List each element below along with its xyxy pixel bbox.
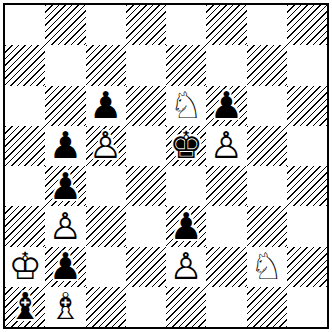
square-h2[interactable] xyxy=(287,247,327,287)
square-g6[interactable] xyxy=(247,86,287,126)
square-d1[interactable] xyxy=(126,287,166,327)
square-b2[interactable]: ♟♟ xyxy=(45,247,85,287)
square-d3[interactable] xyxy=(126,206,166,246)
square-e8[interactable] xyxy=(166,5,206,45)
black-pawn-halo: ♟ xyxy=(166,206,206,246)
square-b5[interactable]: ♟♟ xyxy=(45,126,85,166)
square-d5[interactable] xyxy=(126,126,166,166)
black-pawn-piece[interactable]: ♟ xyxy=(45,166,85,206)
square-g4[interactable] xyxy=(247,166,287,206)
square-a5[interactable] xyxy=(5,126,45,166)
white-pawn-halo: ♟ xyxy=(206,126,246,166)
white-pawn-halo: ♟ xyxy=(86,126,126,166)
square-h3[interactable] xyxy=(287,206,327,246)
white-pawn-halo: ♟ xyxy=(166,247,206,287)
black-pawn-halo: ♟ xyxy=(206,86,246,126)
square-b7[interactable] xyxy=(45,45,85,85)
square-f3[interactable] xyxy=(206,206,246,246)
square-g7[interactable] xyxy=(247,45,287,85)
square-e4[interactable] xyxy=(166,166,206,206)
square-d6[interactable] xyxy=(126,86,166,126)
square-h7[interactable] xyxy=(287,45,327,85)
square-c4[interactable] xyxy=(86,166,126,206)
square-f4[interactable] xyxy=(206,166,246,206)
square-c1[interactable] xyxy=(86,287,126,327)
white-bishop-piece[interactable]: ♗ xyxy=(45,287,85,327)
black-pawn-piece[interactable]: ♟ xyxy=(86,86,126,126)
square-a8[interactable] xyxy=(5,5,45,45)
white-knight-piece[interactable]: ♘ xyxy=(166,86,206,126)
white-knight-halo: ♞ xyxy=(247,247,287,287)
square-g8[interactable] xyxy=(247,5,287,45)
square-d8[interactable] xyxy=(126,5,166,45)
chess-diagram: ♟♟♞♘♟♟♟♟♟♙♚♚♟♙♟♟♟♙♟♟♚♔♟♟♟♙♞♘♝♝♝♗ xyxy=(0,0,332,332)
square-h6[interactable] xyxy=(287,86,327,126)
square-b4[interactable]: ♟♟ xyxy=(45,166,85,206)
square-f1[interactable] xyxy=(206,287,246,327)
square-c2[interactable] xyxy=(86,247,126,287)
black-pawn-halo: ♟ xyxy=(45,247,85,287)
square-g2[interactable]: ♞♘ xyxy=(247,247,287,287)
square-e6[interactable]: ♞♘ xyxy=(166,86,206,126)
square-f2[interactable] xyxy=(206,247,246,287)
square-c6[interactable]: ♟♟ xyxy=(86,86,126,126)
black-pawn-piece[interactable]: ♟ xyxy=(45,247,85,287)
square-h5[interactable] xyxy=(287,126,327,166)
black-pawn-piece[interactable]: ♟ xyxy=(45,126,85,166)
square-f7[interactable] xyxy=(206,45,246,85)
square-a3[interactable] xyxy=(5,206,45,246)
black-bishop-piece[interactable]: ♝ xyxy=(5,287,45,327)
square-e7[interactable] xyxy=(166,45,206,85)
square-a4[interactable] xyxy=(5,166,45,206)
white-bishop-halo: ♝ xyxy=(45,287,85,327)
square-e5[interactable]: ♚♚ xyxy=(166,126,206,166)
black-king-piece[interactable]: ♚ xyxy=(166,126,206,166)
square-a6[interactable] xyxy=(5,86,45,126)
square-b3[interactable]: ♟♙ xyxy=(45,206,85,246)
square-e2[interactable]: ♟♙ xyxy=(166,247,206,287)
square-d4[interactable] xyxy=(126,166,166,206)
square-e1[interactable] xyxy=(166,287,206,327)
square-d7[interactable] xyxy=(126,45,166,85)
white-pawn-piece[interactable]: ♙ xyxy=(86,126,126,166)
white-knight-piece[interactable]: ♘ xyxy=(247,247,287,287)
black-pawn-piece[interactable]: ♟ xyxy=(166,206,206,246)
square-a7[interactable] xyxy=(5,45,45,85)
white-pawn-piece[interactable]: ♙ xyxy=(45,206,85,246)
square-b1[interactable]: ♝♗ xyxy=(45,287,85,327)
square-g5[interactable] xyxy=(247,126,287,166)
white-pawn-piece[interactable]: ♙ xyxy=(206,126,246,166)
square-f8[interactable] xyxy=(206,5,246,45)
square-h4[interactable] xyxy=(287,166,327,206)
square-c8[interactable] xyxy=(86,5,126,45)
square-a2[interactable]: ♚♔ xyxy=(5,247,45,287)
square-e3[interactable]: ♟♟ xyxy=(166,206,206,246)
square-f5[interactable]: ♟♙ xyxy=(206,126,246,166)
square-d2[interactable] xyxy=(126,247,166,287)
white-pawn-halo: ♟ xyxy=(45,206,85,246)
square-g3[interactable] xyxy=(247,206,287,246)
black-pawn-halo: ♟ xyxy=(45,166,85,206)
white-king-halo: ♚ xyxy=(5,247,45,287)
chess-board: ♟♟♞♘♟♟♟♟♟♙♚♚♟♙♟♟♟♙♟♟♚♔♟♟♟♙♞♘♝♝♝♗ xyxy=(3,3,329,329)
square-h1[interactable] xyxy=(287,287,327,327)
square-c3[interactable] xyxy=(86,206,126,246)
black-bishop-halo: ♝ xyxy=(5,287,45,327)
black-king-halo: ♚ xyxy=(166,126,206,166)
black-pawn-halo: ♟ xyxy=(86,86,126,126)
white-knight-halo: ♞ xyxy=(166,86,206,126)
square-b8[interactable] xyxy=(45,5,85,45)
white-pawn-piece[interactable]: ♙ xyxy=(166,247,206,287)
square-h8[interactable] xyxy=(287,5,327,45)
square-g1[interactable] xyxy=(247,287,287,327)
square-f6[interactable]: ♟♟ xyxy=(206,86,246,126)
white-king-piece[interactable]: ♔ xyxy=(5,247,45,287)
square-c5[interactable]: ♟♙ xyxy=(86,126,126,166)
square-b6[interactable] xyxy=(45,86,85,126)
square-a1[interactable]: ♝♝ xyxy=(5,287,45,327)
black-pawn-piece[interactable]: ♟ xyxy=(206,86,246,126)
square-c7[interactable] xyxy=(86,45,126,85)
black-pawn-halo: ♟ xyxy=(45,126,85,166)
